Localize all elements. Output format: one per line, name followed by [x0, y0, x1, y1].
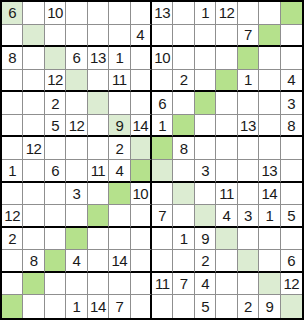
- cell-r4c4[interactable]: [66, 70, 87, 93]
- cell-r13c6[interactable]: [109, 273, 130, 296]
- given-digit: 4: [115, 163, 123, 178]
- cell-r1c7[interactable]: [131, 2, 152, 25]
- cell-r6c14[interactable]: 8: [281, 115, 302, 138]
- cell-r11c3[interactable]: [45, 228, 66, 251]
- given-digit: 8: [8, 50, 16, 65]
- given-digit: 1: [8, 163, 16, 178]
- cell-r14c7[interactable]: [131, 295, 152, 318]
- cell-r1c10[interactable]: 1: [195, 2, 216, 25]
- given-digit: 12: [26, 141, 42, 156]
- cell-r5c3[interactable]: 2: [45, 92, 66, 115]
- cell-r13c14[interactable]: 12: [281, 273, 302, 296]
- cell-r2c4[interactable]: [66, 25, 87, 48]
- given-digit: 4: [136, 27, 144, 42]
- given-digit: 9: [265, 299, 273, 314]
- cell-r14c8[interactable]: [152, 295, 173, 318]
- cell-r11c10[interactable]: 9: [195, 228, 216, 251]
- cell-r6c13[interactable]: [259, 115, 280, 138]
- cell-r11c9[interactable]: 1: [173, 228, 194, 251]
- cell-r14c2[interactable]: [23, 295, 44, 318]
- given-digit: 14: [90, 299, 106, 314]
- given-digit: 5: [287, 208, 295, 223]
- given-digit: 14: [132, 118, 148, 133]
- cell-r7c3[interactable]: [45, 137, 66, 160]
- cell-r1c13[interactable]: [259, 2, 280, 25]
- cell-r12c10[interactable]: 2: [195, 250, 216, 273]
- cell-r9c2[interactable]: [23, 183, 44, 206]
- given-digit: 9: [201, 231, 209, 246]
- given-digit: 1: [244, 72, 252, 87]
- cell-r12c9[interactable]: [173, 250, 194, 273]
- given-digit: 10: [132, 186, 148, 201]
- cell-r4c12[interactable]: 1: [238, 70, 259, 93]
- given-digit: 1: [158, 118, 166, 133]
- cell-r8c14[interactable]: [281, 160, 302, 183]
- cell-r13c13[interactable]: [259, 273, 280, 296]
- cell-r1c9[interactable]: [173, 2, 194, 25]
- cell-r4c5[interactable]: [88, 70, 109, 93]
- cell-r5c4[interactable]: [66, 92, 87, 115]
- given-digit: 1: [201, 5, 209, 20]
- cell-r1c8[interactable]: 13: [152, 2, 173, 25]
- given-digit: 4: [201, 276, 209, 291]
- cell-r5c9[interactable]: [173, 92, 194, 115]
- cell-r11c12[interactable]: [238, 228, 259, 251]
- cell-r8c7[interactable]: [131, 160, 152, 183]
- cell-r9c14[interactable]: [281, 183, 302, 206]
- given-digit: 3: [244, 208, 252, 223]
- cell-r12c12[interactable]: [238, 250, 259, 273]
- cell-r2c14[interactable]: [281, 25, 302, 48]
- cell-r13c9[interactable]: 7: [173, 273, 194, 296]
- given-digit: 2: [8, 231, 16, 246]
- given-digit: 6: [51, 163, 59, 178]
- cell-r8c10[interactable]: 3: [195, 160, 216, 183]
- cell-r5c2[interactable]: [23, 92, 44, 115]
- cell-r2c9[interactable]: [173, 25, 194, 48]
- cell-r1c1[interactable]: 6: [2, 2, 23, 25]
- cell-r10c3[interactable]: [45, 205, 66, 228]
- cell-r4c13[interactable]: [259, 70, 280, 93]
- cell-r1c14[interactable]: [281, 2, 302, 25]
- given-digit: 7: [180, 276, 188, 291]
- cell-r12c14[interactable]: 6: [281, 250, 302, 273]
- cell-r1c3[interactable]: 10: [45, 2, 66, 25]
- given-digit: 14: [262, 186, 278, 201]
- cell-r11c4[interactable]: [66, 228, 87, 251]
- given-digit: 10: [154, 50, 170, 65]
- cell-r5c1[interactable]: [2, 92, 23, 115]
- given-digit: 8: [180, 141, 188, 156]
- given-digit: 12: [283, 276, 299, 291]
- cell-r7c1[interactable]: [2, 137, 23, 160]
- cell-r2c6[interactable]: [109, 25, 130, 48]
- cell-r4c11[interactable]: [216, 70, 237, 93]
- cell-r11c5[interactable]: [88, 228, 109, 251]
- cell-r6c5[interactable]: [88, 115, 109, 138]
- cell-r6c10[interactable]: [195, 115, 216, 138]
- cell-r2c1[interactable]: [2, 25, 23, 48]
- cell-r2c8[interactable]: [152, 25, 173, 48]
- given-digit: 3: [201, 163, 209, 178]
- given-digit: 14: [112, 253, 128, 268]
- cell-r6c8[interactable]: 1: [152, 115, 173, 138]
- given-digit: 8: [287, 118, 295, 133]
- cell-r10c8[interactable]: 7: [152, 205, 173, 228]
- given-digit: 12: [69, 118, 85, 133]
- cell-r13c10[interactable]: 4: [195, 273, 216, 296]
- cell-r8c3[interactable]: 6: [45, 160, 66, 183]
- cell-r10c13[interactable]: 1: [259, 205, 280, 228]
- cell-r7c9[interactable]: 8: [173, 137, 194, 160]
- cell-r4c8[interactable]: [152, 70, 173, 93]
- cell-r4c10[interactable]: [195, 70, 216, 93]
- cell-r4c2[interactable]: [23, 70, 44, 93]
- cell-r5c12[interactable]: [238, 92, 259, 115]
- given-digit: 11: [91, 163, 106, 178]
- cell-r13c3[interactable]: [45, 273, 66, 296]
- cell-r9c9[interactable]: [173, 183, 194, 206]
- cell-r14c4[interactable]: 1: [66, 295, 87, 318]
- given-digit: 2: [115, 141, 123, 156]
- cell-r2c2[interactable]: [23, 25, 44, 48]
- cell-r14c13[interactable]: 9: [259, 295, 280, 318]
- given-digit: 6: [287, 253, 295, 268]
- cell-r9c7[interactable]: 10: [131, 183, 152, 206]
- cell-r3c6[interactable]: 1: [109, 47, 130, 70]
- cell-r7c11[interactable]: [216, 137, 237, 160]
- cell-r9c10[interactable]: [195, 183, 216, 206]
- cell-r4c7[interactable]: [131, 70, 152, 93]
- cell-r3c7[interactable]: [131, 47, 152, 70]
- cell-r10c2[interactable]: [23, 205, 44, 228]
- cell-r10c6[interactable]: [109, 205, 130, 228]
- cell-r3c13[interactable]: [259, 47, 280, 70]
- cell-r5c10[interactable]: [195, 92, 216, 115]
- cell-r7c12[interactable]: [238, 137, 259, 160]
- cell-r13c2[interactable]: [23, 273, 44, 296]
- given-digit: 13: [240, 118, 256, 133]
- given-digit: 2: [201, 253, 209, 268]
- given-digit: 1: [115, 50, 123, 65]
- cell-r13c7[interactable]: [131, 273, 152, 296]
- cell-r11c11[interactable]: [216, 228, 237, 251]
- cell-r7c13[interactable]: [259, 137, 280, 160]
- cell-r13c12[interactable]: [238, 273, 259, 296]
- cell-r9c1[interactable]: [2, 183, 23, 206]
- cell-r10c1[interactable]: 12: [2, 205, 23, 228]
- given-digit: 12: [47, 72, 63, 87]
- cell-r1c5[interactable]: [88, 2, 109, 25]
- cell-r3c1[interactable]: 8: [2, 47, 23, 70]
- cell-r12c7[interactable]: [131, 250, 152, 273]
- cell-r9c11[interactable]: 11: [216, 183, 237, 206]
- cell-r2c11[interactable]: [216, 25, 237, 48]
- given-digit: 13: [90, 50, 106, 65]
- cell-r7c7[interactable]: [131, 137, 152, 160]
- cell-r8c12[interactable]: [238, 160, 259, 183]
- cell-r3c8[interactable]: 10: [152, 47, 173, 70]
- cell-r6c9[interactable]: [173, 115, 194, 138]
- cell-r11c1[interactable]: 2: [2, 228, 23, 251]
- cell-r9c6[interactable]: [109, 183, 130, 206]
- cell-r3c2[interactable]: [23, 47, 44, 70]
- cell-r3c14[interactable]: [281, 47, 302, 70]
- cell-r6c4[interactable]: 12: [66, 115, 87, 138]
- cell-r1c12[interactable]: [238, 2, 259, 25]
- given-digit: 7: [158, 208, 166, 223]
- cell-r10c11[interactable]: 4: [216, 205, 237, 228]
- cell-r3c9[interactable]: [173, 47, 194, 70]
- given-digit: 4: [223, 208, 231, 223]
- given-digit: 10: [47, 5, 63, 20]
- given-digit: 4: [287, 72, 295, 87]
- cell-r11c6[interactable]: [109, 228, 130, 251]
- cell-r8c11[interactable]: [216, 160, 237, 183]
- sudoku-board: 6101311247861311012112142635129141138122…: [0, 0, 304, 320]
- cell-r3c5[interactable]: 13: [88, 47, 109, 70]
- cell-r3c11[interactable]: [216, 47, 237, 70]
- given-digit: 11: [112, 72, 127, 87]
- cell-r9c13[interactable]: 14: [259, 183, 280, 206]
- given-digit: 12: [4, 208, 20, 223]
- given-digit: 7: [115, 299, 123, 314]
- given-digit: 1: [180, 231, 188, 246]
- given-digit: 5: [51, 118, 59, 133]
- cell-r12c6[interactable]: 14: [109, 250, 130, 273]
- cell-r11c13[interactable]: [259, 228, 280, 251]
- given-digit: 6: [158, 96, 166, 111]
- cell-r1c2[interactable]: [23, 2, 44, 25]
- cell-r8c1[interactable]: 1: [2, 160, 23, 183]
- cell-r7c10[interactable]: [195, 137, 216, 160]
- given-digit: 6: [8, 5, 16, 20]
- cell-r11c8[interactable]: [152, 228, 173, 251]
- given-digit: 3: [73, 186, 81, 201]
- cell-r14c1[interactable]: [2, 295, 23, 318]
- given-digit: 2: [51, 96, 59, 111]
- cell-r14c11[interactable]: [216, 295, 237, 318]
- cell-r8c5[interactable]: 11: [88, 160, 109, 183]
- cell-r1c11[interactable]: 12: [216, 2, 237, 25]
- given-digit: 1: [265, 208, 273, 223]
- given-digit: 2: [180, 72, 188, 87]
- cell-r6c1[interactable]: [2, 115, 23, 138]
- cell-r14c3[interactable]: [45, 295, 66, 318]
- cell-r2c10[interactable]: [195, 25, 216, 48]
- cell-r9c4[interactable]: 3: [66, 183, 87, 206]
- cell-r10c14[interactable]: 5: [281, 205, 302, 228]
- cell-r13c1[interactable]: [2, 273, 23, 296]
- given-digit: 9: [115, 118, 123, 133]
- cell-r1c6[interactable]: [109, 2, 130, 25]
- cell-r3c3[interactable]: [45, 47, 66, 70]
- cell-r12c5[interactable]: [88, 250, 109, 273]
- cell-r4c1[interactable]: [2, 70, 23, 93]
- cell-r4c14[interactable]: 4: [281, 70, 302, 93]
- cell-r7c6[interactable]: 2: [109, 137, 130, 160]
- cell-r5c7[interactable]: [131, 92, 152, 115]
- cell-r8c4[interactable]: [66, 160, 87, 183]
- given-digit: 5: [201, 299, 209, 314]
- cell-r8c9[interactable]: [173, 160, 194, 183]
- cell-r10c10[interactable]: [195, 205, 216, 228]
- cell-r14c10[interactable]: 5: [195, 295, 216, 318]
- cell-r2c5[interactable]: [88, 25, 109, 48]
- cell-r5c11[interactable]: [216, 92, 237, 115]
- given-digit: 13: [154, 5, 170, 20]
- cell-r10c7[interactable]: [131, 205, 152, 228]
- cell-r12c13[interactable]: [259, 250, 280, 273]
- cell-r5c6[interactable]: [109, 92, 130, 115]
- cell-r13c4[interactable]: [66, 273, 87, 296]
- cell-r6c6[interactable]: 9: [109, 115, 130, 138]
- cell-r7c5[interactable]: [88, 137, 109, 160]
- cell-r3c4[interactable]: 6: [66, 47, 87, 70]
- cell-r7c14[interactable]: [281, 137, 302, 160]
- cell-r13c5[interactable]: [88, 273, 109, 296]
- cell-r2c13[interactable]: [259, 25, 280, 48]
- cell-r1c4[interactable]: [66, 2, 87, 25]
- cell-r10c12[interactable]: 3: [238, 205, 259, 228]
- given-digit: 8: [30, 253, 38, 268]
- given-digit: 13: [262, 163, 278, 178]
- given-digit: 4: [73, 253, 81, 268]
- given-digit: 3: [287, 96, 295, 111]
- given-digit: 11: [155, 276, 170, 291]
- cell-r6c2[interactable]: [23, 115, 44, 138]
- cell-r7c4[interactable]: [66, 137, 87, 160]
- given-digit: 7: [244, 27, 252, 42]
- cell-r14c5[interactable]: 14: [88, 295, 109, 318]
- cell-r12c8[interactable]: [152, 250, 173, 273]
- cell-r13c8[interactable]: 11: [152, 273, 173, 296]
- cell-r7c8[interactable]: [152, 137, 173, 160]
- cell-r11c2[interactable]: [23, 228, 44, 251]
- cell-r6c7[interactable]: 14: [131, 115, 152, 138]
- cell-r14c6[interactable]: 7: [109, 295, 130, 318]
- cell-r10c4[interactable]: [66, 205, 87, 228]
- cell-r2c7[interactable]: 4: [131, 25, 152, 48]
- cell-r4c6[interactable]: 11: [109, 70, 130, 93]
- cell-r12c4[interactable]: 4: [66, 250, 87, 273]
- cell-r9c8[interactable]: [152, 183, 173, 206]
- cell-r10c5[interactable]: [88, 205, 109, 228]
- cell-r8c6[interactable]: 4: [109, 160, 130, 183]
- given-digit: 1: [73, 299, 81, 314]
- cell-r12c3[interactable]: [45, 250, 66, 273]
- cell-r9c12[interactable]: [238, 183, 259, 206]
- cell-r8c13[interactable]: 13: [259, 160, 280, 183]
- cell-r13c11[interactable]: [216, 273, 237, 296]
- cell-r12c1[interactable]: [2, 250, 23, 273]
- cell-r3c12[interactable]: [238, 47, 259, 70]
- cell-r2c3[interactable]: [45, 25, 66, 48]
- cell-r5c8[interactable]: 6: [152, 92, 173, 115]
- cell-r10c9[interactable]: [173, 205, 194, 228]
- cell-r12c2[interactable]: 8: [23, 250, 44, 273]
- given-digit: 12: [219, 5, 235, 20]
- cell-r9c3[interactable]: [45, 183, 66, 206]
- cell-r11c7[interactable]: [131, 228, 152, 251]
- cell-r12c11[interactable]: [216, 250, 237, 273]
- cell-r9c5[interactable]: [88, 183, 109, 206]
- cell-r4c3[interactable]: 12: [45, 70, 66, 93]
- cell-r6c3[interactable]: 5: [45, 115, 66, 138]
- cell-r11c14[interactable]: [281, 228, 302, 251]
- cell-r6c12[interactable]: 13: [238, 115, 259, 138]
- cell-r14c9[interactable]: [173, 295, 194, 318]
- given-digit: 2: [244, 299, 252, 314]
- given-digit: 11: [219, 186, 234, 201]
- cell-r7c2[interactable]: 12: [23, 137, 44, 160]
- cell-r5c13[interactable]: [259, 92, 280, 115]
- cell-r2c12[interactable]: 7: [238, 25, 259, 48]
- cell-r5c14[interactable]: 3: [281, 92, 302, 115]
- cell-r3c10[interactable]: [195, 47, 216, 70]
- cell-r8c2[interactable]: [23, 160, 44, 183]
- cell-r6c11[interactable]: [216, 115, 237, 138]
- cell-r4c9[interactable]: 2: [173, 70, 194, 93]
- cell-r14c14[interactable]: [281, 295, 302, 318]
- cell-r5c5[interactable]: [88, 92, 109, 115]
- given-digit: 6: [73, 50, 81, 65]
- cell-r8c8[interactable]: [152, 160, 173, 183]
- cell-r14c12[interactable]: 2: [238, 295, 259, 318]
